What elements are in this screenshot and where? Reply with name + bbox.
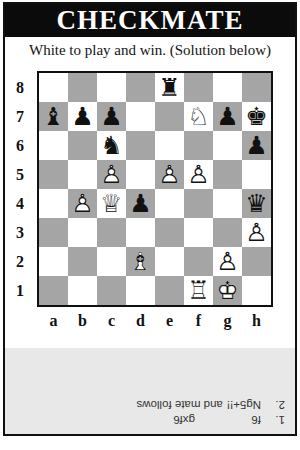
square-c7: ♟ [97, 102, 126, 131]
file-label-g: g [213, 309, 242, 333]
square-f8 [184, 73, 213, 102]
square-b7: ♟ [68, 102, 97, 131]
white-king: ♔ [213, 276, 242, 305]
rank-label-4: 4 [5, 189, 35, 218]
white-queen: ♕ [97, 189, 126, 218]
rank-label-5: 5 [5, 160, 35, 189]
square-h3: ♟♙ [242, 218, 271, 247]
square-g1: ♚♔ [213, 276, 242, 305]
puzzle-frame: CHECKMATE White to play and win. (Soluti… [3, 2, 297, 436]
square-a6 [39, 131, 68, 160]
square-e2 [155, 247, 184, 276]
square-c1 [97, 276, 126, 305]
white-pawn: ♙ [184, 160, 213, 189]
black-pawn: ♟ [68, 102, 97, 131]
rank-labels: 87654321 [5, 73, 35, 305]
square-g2: ♟♙ [213, 247, 242, 276]
square-c2 [97, 247, 126, 276]
rank-label-2: 2 [5, 247, 35, 276]
file-label-a: a [39, 309, 68, 333]
white-move: Ng5+!! [227, 400, 261, 412]
solution-box: 1. f6 gxf6 2. Ng5+!! and mate follows [5, 348, 295, 434]
square-h4: ♛ [242, 189, 271, 218]
black-bishop: ♝ [39, 102, 68, 131]
square-e4 [155, 189, 184, 218]
white-bishop: ♗ [126, 247, 155, 276]
square-f1: ♜♖ [184, 276, 213, 305]
move-number: 2. [261, 400, 285, 412]
square-b2 [68, 247, 97, 276]
white-pawn: ♙ [155, 160, 184, 189]
black-knight: ♞ [97, 131, 126, 160]
square-b6 [68, 131, 97, 160]
square-e5: ♟♙ [155, 160, 184, 189]
square-b4: ♟♙ [68, 189, 97, 218]
file-label-c: c [97, 309, 126, 333]
square-f7: ♞♘ [184, 102, 213, 131]
black-pawn: ♟ [213, 102, 242, 131]
solution-note: and mate follows [137, 400, 223, 412]
square-f6 [184, 131, 213, 160]
solution-move-1: 1. f6 gxf6 [5, 413, 285, 428]
square-d3 [126, 218, 155, 247]
square-g8 [213, 73, 242, 102]
black-king: ♚ [242, 102, 271, 131]
black-pawn: ♟ [97, 102, 126, 131]
file-label-f: f [184, 309, 213, 333]
solution-move-2: 2. Ng5+!! and mate follows [5, 398, 285, 413]
square-g4 [213, 189, 242, 218]
square-e3 [155, 218, 184, 247]
square-c4: ♛♕ [97, 189, 126, 218]
square-e6 [155, 131, 184, 160]
move-number: 1. [261, 415, 285, 427]
square-b3 [68, 218, 97, 247]
square-d6 [126, 131, 155, 160]
rank-label-3: 3 [5, 218, 35, 247]
square-c6: ♞ [97, 131, 126, 160]
square-d2: ♝♗ [126, 247, 155, 276]
title-banner: CHECKMATE [5, 4, 295, 37]
square-a5 [39, 160, 68, 189]
square-f5: ♟♙ [184, 160, 213, 189]
square-h7: ♚ [242, 102, 271, 131]
square-f3 [184, 218, 213, 247]
square-c5: ♟♙ [97, 160, 126, 189]
white-pawn: ♙ [242, 218, 271, 247]
file-label-e: e [155, 309, 184, 333]
square-d7 [126, 102, 155, 131]
square-a7: ♝ [39, 102, 68, 131]
rank-label-7: 7 [5, 102, 35, 131]
square-e7 [155, 102, 184, 131]
white-rook: ♖ [184, 276, 213, 305]
square-g3 [213, 218, 242, 247]
puzzle-page: CHECKMATE White to play and win. (Soluti… [0, 0, 300, 450]
square-d4: ♟ [126, 189, 155, 218]
square-e1 [155, 276, 184, 305]
square-g7: ♟ [213, 102, 242, 131]
square-b5 [68, 160, 97, 189]
file-labels: abcdefgh [39, 309, 271, 333]
square-d8 [126, 73, 155, 102]
black-move: gxf6 [173, 415, 195, 427]
square-d5 [126, 160, 155, 189]
square-a3 [39, 218, 68, 247]
file-label-h: h [242, 309, 271, 333]
square-a4 [39, 189, 68, 218]
square-h5 [242, 160, 271, 189]
square-d1 [126, 276, 155, 305]
black-pawn: ♟ [126, 189, 155, 218]
square-e8: ♜ [155, 73, 184, 102]
square-g5 [213, 160, 242, 189]
white-pawn: ♙ [68, 189, 97, 218]
black-rook: ♜ [155, 73, 184, 102]
white-knight: ♘ [184, 102, 213, 131]
square-f4 [184, 189, 213, 218]
square-c3 [97, 218, 126, 247]
square-c8 [97, 73, 126, 102]
square-a2 [39, 247, 68, 276]
puzzle-instruction: White to play and win. (Solution below) [5, 37, 295, 63]
square-a8 [39, 73, 68, 102]
rank-label-1: 1 [5, 276, 35, 305]
square-b1 [68, 276, 97, 305]
black-queen: ♛ [242, 189, 271, 218]
solution-text-rotated: 1. f6 gxf6 2. Ng5+!! and mate follows [5, 348, 295, 434]
file-label-d: d [126, 309, 155, 333]
chess-board: ♜♝♟♟♞♘♟♚♞♟♟♙♟♙♟♙♟♙♛♕♟♛♟♙♝♗♟♙♜♖♚♔ [37, 71, 273, 307]
rank-label-6: 6 [5, 131, 35, 160]
page-title: CHECKMATE [56, 5, 243, 36]
file-label-b: b [68, 309, 97, 333]
square-h6: ♟ [242, 131, 271, 160]
square-a1 [39, 276, 68, 305]
square-g6 [213, 131, 242, 160]
square-h1 [242, 276, 271, 305]
white-pawn: ♙ [97, 160, 126, 189]
square-h8 [242, 73, 271, 102]
board-area: 87654321 ♜♝♟♟♞♘♟♚♞♟♟♙♟♙♟♙♟♙♛♕♟♛♟♙♝♗♟♙♜♖♚… [5, 63, 295, 348]
square-b8 [68, 73, 97, 102]
black-pawn: ♟ [242, 131, 271, 160]
square-h2 [242, 247, 271, 276]
white-pawn: ♙ [213, 247, 242, 276]
rank-label-8: 8 [5, 73, 35, 102]
square-f2 [184, 247, 213, 276]
white-move: f6 [195, 415, 261, 427]
